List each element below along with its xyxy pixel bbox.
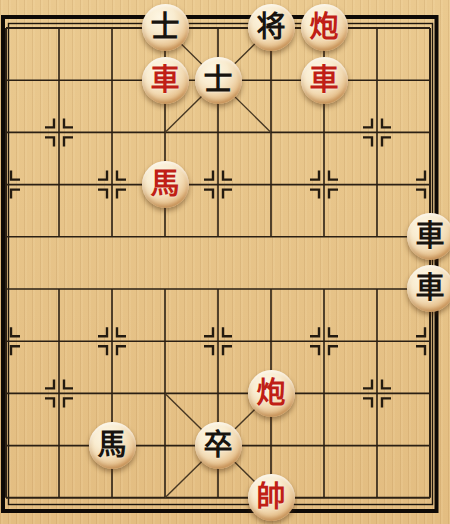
board-cell: 車 — [298, 54, 351, 106]
piece-glyph: 卒 — [203, 431, 232, 460]
piece-red-general[interactable]: 帥 — [248, 474, 295, 521]
piece-glyph: 馬 — [150, 170, 179, 199]
board-cell: 卒 — [192, 419, 245, 471]
piece-glyph: 車 — [415, 274, 444, 303]
board-cell: 帥 — [245, 472, 298, 524]
piece-red-chariot[interactable]: 車 — [142, 57, 189, 104]
pieces-layer: 士将炮車士車馬車車炮馬卒帥 — [0, 2, 450, 524]
piece-red-cannon[interactable]: 炮 — [248, 370, 295, 417]
board-cell: 馬 — [86, 419, 139, 471]
board-cell: 車 — [404, 211, 450, 263]
board-cell: 士 — [192, 54, 245, 106]
piece-glyph: 馬 — [97, 431, 126, 460]
piece-glyph: 士 — [203, 66, 232, 95]
piece-black-horse[interactable]: 馬 — [89, 422, 136, 469]
board-cell: 将 — [245, 2, 298, 54]
xiangqi-board: 士将炮車士車馬車車炮馬卒帥 — [0, 0, 450, 524]
piece-black-advisor[interactable]: 士 — [195, 57, 242, 104]
piece-black-soldier[interactable]: 卒 — [195, 422, 242, 469]
piece-red-horse[interactable]: 馬 — [142, 161, 189, 208]
piece-black-chariot[interactable]: 車 — [407, 213, 450, 260]
piece-glyph: 車 — [150, 66, 179, 95]
board-cell: 炮 — [245, 367, 298, 419]
board-cell: 車 — [404, 263, 450, 315]
board-cell: 士 — [139, 2, 192, 54]
board-cell: 馬 — [139, 158, 192, 210]
piece-red-cannon[interactable]: 炮 — [301, 4, 348, 51]
piece-glyph: 将 — [256, 13, 285, 42]
piece-black-advisor[interactable]: 士 — [142, 4, 189, 51]
piece-glyph: 車 — [415, 222, 444, 251]
piece-glyph: 炮 — [256, 379, 285, 408]
piece-black-general[interactable]: 将 — [248, 4, 295, 51]
piece-glyph: 帥 — [256, 483, 285, 512]
piece-red-chariot[interactable]: 車 — [301, 57, 348, 104]
piece-glyph: 炮 — [309, 13, 338, 42]
piece-black-chariot[interactable]: 車 — [407, 265, 450, 312]
board-cell: 車 — [139, 54, 192, 106]
piece-glyph: 士 — [150, 13, 179, 42]
piece-glyph: 車 — [309, 66, 338, 95]
board-cell: 炮 — [298, 2, 351, 54]
